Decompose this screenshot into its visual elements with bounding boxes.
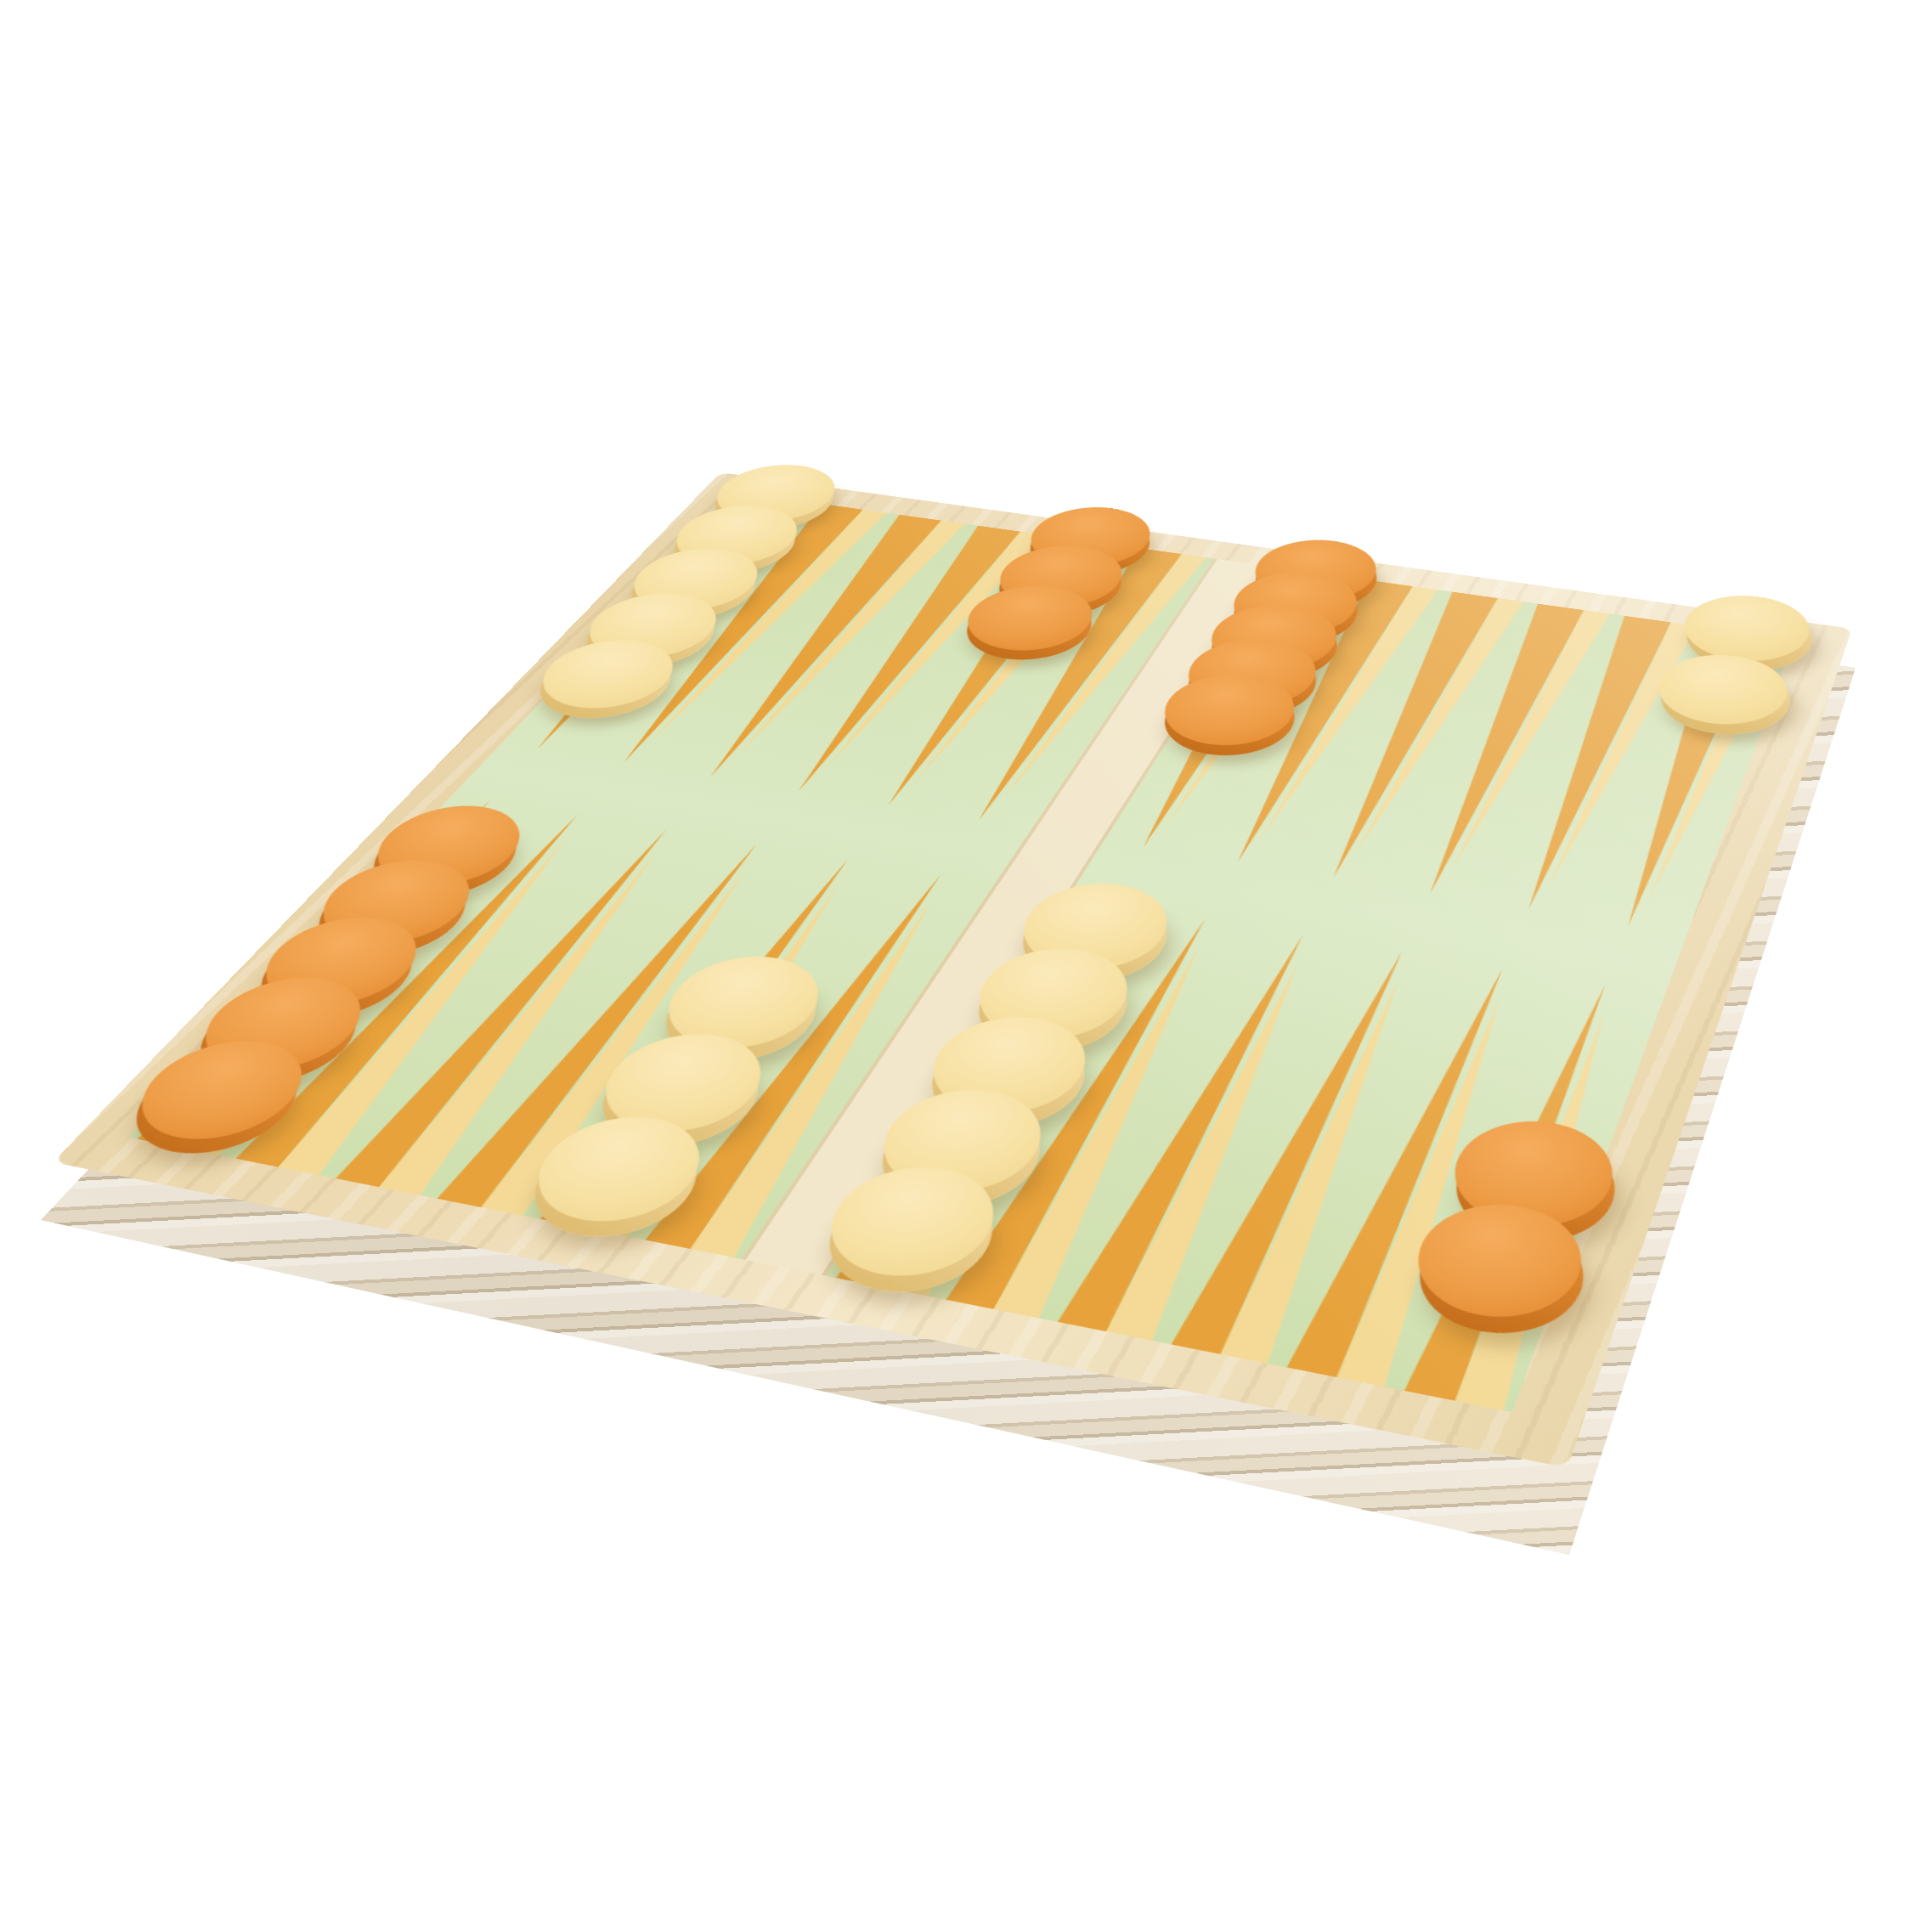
backgammon-scene xyxy=(0,0,1932,1932)
backgammon-board xyxy=(53,472,1852,1468)
